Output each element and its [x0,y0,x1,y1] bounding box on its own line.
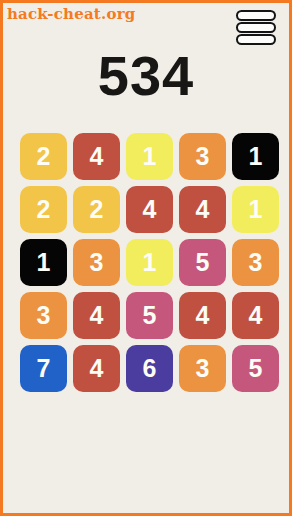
tile-r4c3[interactable]: 5 [126,292,173,339]
tile-r2c3[interactable]: 4 [126,186,173,233]
game-screen: hack-cheat.org 534 241312244113153345447… [0,0,292,516]
hamburger-bar [236,10,276,21]
tile-r1c1[interactable]: 2 [20,133,67,180]
tile-r4c1[interactable]: 3 [20,292,67,339]
tile-r3c3[interactable]: 1 [126,239,173,286]
tile-r2c5[interactable]: 1 [232,186,279,233]
tile-r2c4[interactable]: 4 [179,186,226,233]
tile-r3c4[interactable]: 5 [179,239,226,286]
tile-r1c5[interactable]: 1 [232,133,279,180]
tile-r5c4[interactable]: 3 [179,345,226,392]
tile-r4c5[interactable]: 4 [232,292,279,339]
tile-r5c3[interactable]: 6 [126,345,173,392]
tile-r3c1[interactable]: 1 [20,239,67,286]
tile-r2c2[interactable]: 2 [73,186,120,233]
tile-r1c2[interactable]: 4 [73,133,120,180]
tile-r2c1[interactable]: 2 [20,186,67,233]
tile-r5c5[interactable]: 5 [232,345,279,392]
tile-r4c2[interactable]: 4 [73,292,120,339]
tile-r3c2[interactable]: 3 [73,239,120,286]
tile-r5c1[interactable]: 7 [20,345,67,392]
hamburger-bar [236,34,276,45]
tile-r5c2[interactable]: 4 [73,345,120,392]
tile-r1c3[interactable]: 1 [126,133,173,180]
hamburger-menu-icon[interactable] [236,10,276,46]
hamburger-bar [236,22,276,33]
tile-r4c4[interactable]: 4 [179,292,226,339]
score-display: 534 [3,47,289,105]
watermark-text: hack-cheat.org [7,5,135,23]
game-board: 2413122441131533454474635 [20,133,279,392]
tile-r3c5[interactable]: 3 [232,239,279,286]
tile-r1c4[interactable]: 3 [179,133,226,180]
